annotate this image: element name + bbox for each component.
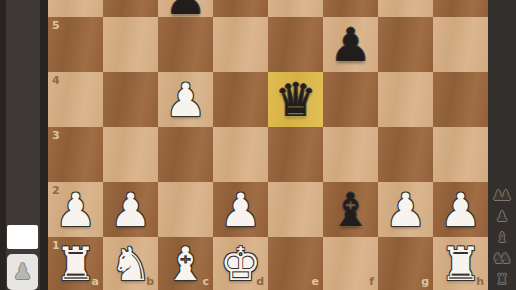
square-e4[interactable]: ♛ <box>268 72 323 127</box>
rank-label-4: 4 <box>52 74 60 87</box>
square-c1[interactable]: c♝ <box>158 237 213 290</box>
black-queen[interactable]: ♛ <box>268 72 323 127</box>
rook-icon: ♜ <box>496 270 509 288</box>
file-label-g: g <box>421 275 429 288</box>
square-b4[interactable] <box>103 72 158 127</box>
square-b6[interactable] <box>103 0 158 17</box>
square-g5[interactable] <box>378 17 433 72</box>
file-label-f: f <box>369 275 374 288</box>
bishop-icon: ♝ <box>496 228 509 246</box>
captured-pieces-column: ♟♟♟♝♞♞♜ <box>488 186 516 288</box>
square-a2[interactable]: 2♟ <box>48 182 103 237</box>
square-c2[interactable] <box>158 182 213 237</box>
square-a6[interactable] <box>48 0 103 17</box>
pawn-piece-button[interactable]: ♟ <box>7 254 38 290</box>
black-bishop[interactable]: ♝ <box>323 182 378 237</box>
square-g6[interactable] <box>378 0 433 17</box>
square-d6[interactable] <box>213 0 268 17</box>
square-d1[interactable]: d♚ <box>213 237 268 290</box>
square-a1[interactable]: 1a♜ <box>48 237 103 290</box>
pawn-icon: ♟ <box>496 207 509 225</box>
square-b3[interactable] <box>103 127 158 182</box>
square-d3[interactable] <box>213 127 268 182</box>
square-b1[interactable]: b♞ <box>103 237 158 290</box>
square-d2[interactable]: ♟ <box>213 182 268 237</box>
square-d4[interactable] <box>213 72 268 127</box>
square-e2[interactable] <box>268 182 323 237</box>
square-h3[interactable] <box>433 127 488 182</box>
square-f3[interactable] <box>323 127 378 182</box>
square-d5[interactable] <box>213 17 268 72</box>
square-c5[interactable] <box>158 17 213 72</box>
square-c3[interactable] <box>158 127 213 182</box>
white-king[interactable]: ♚ <box>213 236 268 290</box>
file-label-e: e <box>312 275 319 288</box>
square-f1[interactable]: f <box>323 237 378 290</box>
white-knight[interactable]: ♞ <box>103 236 158 290</box>
square-b2[interactable]: ♟ <box>103 182 158 237</box>
square-e1[interactable]: e <box>268 237 323 290</box>
square-f2[interactable]: ♝ <box>323 182 378 237</box>
square-e6[interactable] <box>268 0 323 17</box>
white-pawn[interactable]: ♟ <box>213 182 268 237</box>
white-pawn[interactable]: ♟ <box>433 182 488 237</box>
square-h1[interactable]: h♜ <box>433 237 488 290</box>
white-rook[interactable]: ♜ <box>433 236 488 290</box>
chess-app-screenshot: ♟ ♟5♟4♟♛32♟♟♟♝♟♟1a♜b♞c♝d♚efgh♜ ♟♟♟♝♞♞♜ <box>0 0 516 290</box>
right-sidebar: ♟♟♟♝♞♞♜ <box>488 0 516 290</box>
rank-label-3: 3 <box>52 129 60 142</box>
square-g3[interactable] <box>378 127 433 182</box>
square-f4[interactable] <box>323 72 378 127</box>
chess-board[interactable]: ♟5♟4♟♛32♟♟♟♝♟♟1a♜b♞c♝d♚efgh♜ <box>48 0 488 290</box>
white-color-swatch-button[interactable] <box>7 225 38 249</box>
white-rook[interactable]: ♜ <box>48 236 103 290</box>
square-g2[interactable]: ♟ <box>378 182 433 237</box>
white-pawn[interactable]: ♟ <box>378 182 433 237</box>
square-b5[interactable] <box>103 17 158 72</box>
square-e3[interactable] <box>268 127 323 182</box>
square-a5[interactable]: 5 <box>48 17 103 72</box>
square-h2[interactable]: ♟ <box>433 182 488 237</box>
square-c6[interactable]: ♟ <box>158 0 213 17</box>
square-h5[interactable] <box>433 17 488 72</box>
black-pawn[interactable]: ♟ <box>158 0 213 17</box>
square-f5[interactable]: ♟ <box>323 17 378 72</box>
pawn-pair-icon: ♟♟ <box>492 186 512 204</box>
left-sidebar: ♟ <box>0 0 48 290</box>
square-g1[interactable]: g <box>378 237 433 290</box>
rank-label-5: 5 <box>52 19 60 32</box>
square-f6[interactable] <box>323 0 378 17</box>
square-g4[interactable] <box>378 72 433 127</box>
white-pawn[interactable]: ♟ <box>48 182 103 237</box>
pawn-icon: ♟ <box>13 261 33 283</box>
square-h6[interactable] <box>433 0 488 17</box>
square-a4[interactable]: 4 <box>48 72 103 127</box>
white-bishop[interactable]: ♝ <box>158 236 213 290</box>
black-pawn[interactable]: ♟ <box>323 17 378 72</box>
white-pawn[interactable]: ♟ <box>158 72 213 127</box>
square-h4[interactable] <box>433 72 488 127</box>
square-a3[interactable]: 3 <box>48 127 103 182</box>
square-e5[interactable] <box>268 17 323 72</box>
square-c4[interactable]: ♟ <box>158 72 213 127</box>
white-pawn[interactable]: ♟ <box>103 182 158 237</box>
knight-pair-icon: ♞♞ <box>492 249 512 267</box>
